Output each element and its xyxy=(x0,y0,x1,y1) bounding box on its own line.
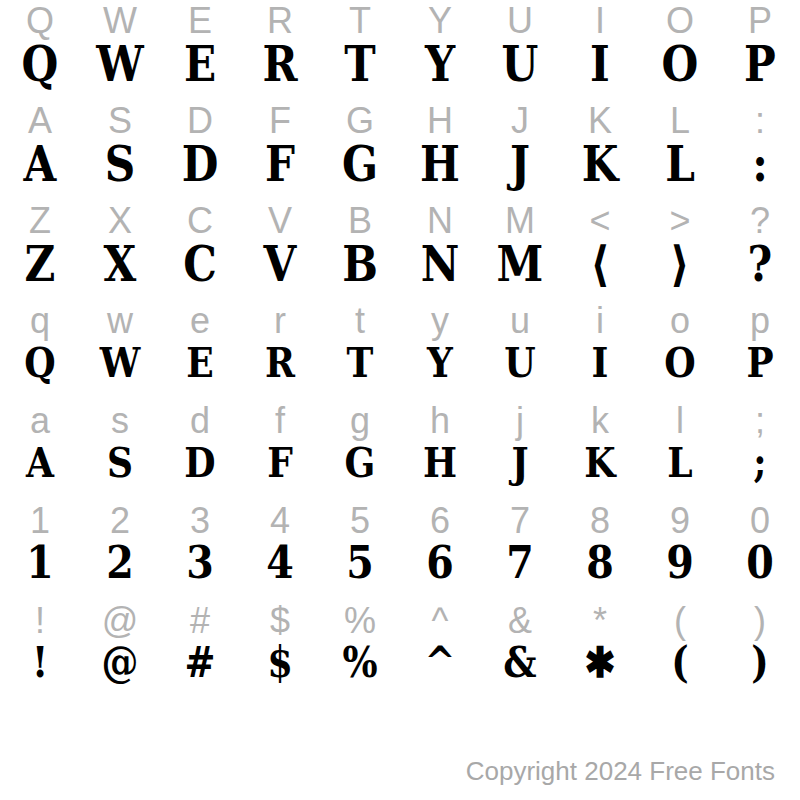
rendered-row: QWERTYUIOP xyxy=(0,36,800,89)
rendered-glyph: ) xyxy=(725,636,795,689)
rendered-glyph: $ xyxy=(245,636,315,689)
rendered-glyph: D xyxy=(165,436,235,489)
rendered-glyph: W xyxy=(85,36,155,92)
rendered-glyph: : xyxy=(725,136,795,192)
rendered-glyph: N xyxy=(405,236,475,292)
rendered-glyph: Y xyxy=(405,36,475,92)
rendered-glyph: 5 xyxy=(325,536,395,589)
rendered-glyph: S xyxy=(85,136,155,192)
rendered-glyph: H xyxy=(405,136,475,192)
rendered-row: ASDFGHJKL: xyxy=(0,136,800,189)
rendered-glyph: I xyxy=(565,336,635,389)
rendered-glyph: 0 xyxy=(725,536,795,589)
rendered-glyph: ( xyxy=(645,636,715,689)
rendered-glyph: L xyxy=(645,136,715,192)
rendered-glyph: K xyxy=(565,436,635,489)
rendered-glyph: 6 xyxy=(405,536,475,589)
rendered-row: !@#$%^&✱() xyxy=(0,636,800,689)
rendered-row: ZXCVBNM⟨⟩? xyxy=(0,236,800,289)
rendered-glyph: ⟨ xyxy=(565,236,635,292)
rendered-glyph: P xyxy=(725,336,795,389)
rendered-glyph: M xyxy=(485,236,555,292)
rendered-glyph: U xyxy=(485,336,555,389)
rendered-glyph: ; xyxy=(725,436,795,489)
rendered-glyph: E xyxy=(165,36,235,92)
rendered-glyph: Q xyxy=(5,36,75,92)
rendered-glyph: L xyxy=(645,436,715,489)
rendered-row: 1234567890 xyxy=(0,536,800,589)
rendered-glyph: X xyxy=(85,236,155,292)
rendered-glyph: Q xyxy=(5,336,75,389)
rendered-glyph: @ xyxy=(85,636,155,689)
glyph-row-pair-digits: 12345678901234567890 xyxy=(0,500,800,600)
reference-row: ZXCVBNM<>? xyxy=(0,200,800,236)
reference-row: QWERTYUIOP xyxy=(0,0,800,36)
rendered-glyph: ? xyxy=(725,236,795,292)
font-preview-page: QWERTYUIOPQWERTYUIOPASDFGHJKL:ASDFGHJKL:… xyxy=(0,0,800,800)
rendered-glyph: C xyxy=(165,236,235,292)
rendered-glyph: G xyxy=(325,136,395,192)
rendered-row: QWERTYUIOP xyxy=(0,336,800,389)
rendered-glyph: A xyxy=(5,136,75,192)
reference-row: qwertyuiop xyxy=(0,300,800,336)
rendered-glyph: ^ xyxy=(405,636,475,689)
glyph-row-pair-symbols: !@#$%^&*()!@#$%^&✱() xyxy=(0,600,800,700)
rendered-glyph: U xyxy=(485,36,555,92)
rendered-glyph: T xyxy=(325,336,395,389)
rendered-glyph: Z xyxy=(5,236,75,292)
rendered-glyph: G xyxy=(325,436,395,489)
rendered-glyph: H xyxy=(405,436,475,489)
rendered-glyph: V xyxy=(245,236,315,292)
rendered-glyph: W xyxy=(85,336,155,389)
reference-row: !@#$%^&*() xyxy=(0,600,800,636)
rendered-glyph: J xyxy=(485,436,555,489)
rendered-glyph: K xyxy=(565,136,635,192)
rendered-glyph: F xyxy=(245,136,315,192)
rendered-glyph: I xyxy=(565,36,635,92)
rendered-glyph: 3 xyxy=(165,536,235,589)
rendered-glyph: S xyxy=(85,436,155,489)
rendered-glyph: 8 xyxy=(565,536,635,589)
reference-row: 1234567890 xyxy=(0,500,800,536)
rendered-glyph: A xyxy=(5,436,75,489)
rendered-glyph: 7 xyxy=(485,536,555,589)
rendered-glyph: # xyxy=(165,636,235,689)
rendered-glyph: Y xyxy=(405,336,475,389)
rendered-glyph: R xyxy=(245,36,315,92)
rendered-glyph: O xyxy=(645,336,715,389)
rendered-glyph: D xyxy=(165,136,235,192)
glyph-row-pair-uppercase-zxcv: ZXCVBNM<>?ZXCVBNM⟨⟩? xyxy=(0,200,800,300)
rendered-glyph: B xyxy=(325,236,395,292)
reference-row: ASDFGHJKL: xyxy=(0,100,800,136)
glyph-row-pair-lowercase-qwerty-small-caps: qwertyuiopQWERTYUIOP xyxy=(0,300,800,400)
rendered-glyph: T xyxy=(325,36,395,92)
rendered-glyph: % xyxy=(325,636,395,689)
rendered-glyph: ✱ xyxy=(565,636,635,689)
rendered-glyph: ⟩ xyxy=(645,236,715,292)
rendered-glyph: R xyxy=(245,336,315,389)
rendered-glyph: & xyxy=(485,636,555,689)
rendered-glyph: 4 xyxy=(245,536,315,589)
rendered-glyph: ! xyxy=(5,636,75,689)
glyph-row-pair-uppercase-qwerty: QWERTYUIOPQWERTYUIOP xyxy=(0,0,800,100)
rendered-glyph: 2 xyxy=(85,536,155,589)
rendered-glyph: E xyxy=(165,336,235,389)
rendered-glyph: 1 xyxy=(5,536,75,589)
rendered-glyph: J xyxy=(485,136,555,192)
rendered-glyph: 9 xyxy=(645,536,715,589)
rendered-glyph: P xyxy=(725,36,795,92)
glyph-row-pair-lowercase-asdf-small-caps: asdfghjkl;ASDFGHJKL; xyxy=(0,400,800,500)
copyright-text: Copyright 2024 Free Fonts xyxy=(466,757,775,785)
reference-row: asdfghjkl; xyxy=(0,400,800,436)
character-map-grid: QWERTYUIOPQWERTYUIOPASDFGHJKL:ASDFGHJKL:… xyxy=(0,0,800,700)
rendered-glyph: F xyxy=(245,436,315,489)
rendered-row: ASDFGHJKL; xyxy=(0,436,800,489)
rendered-glyph: O xyxy=(645,36,715,92)
glyph-row-pair-uppercase-asdf: ASDFGHJKL:ASDFGHJKL: xyxy=(0,100,800,200)
